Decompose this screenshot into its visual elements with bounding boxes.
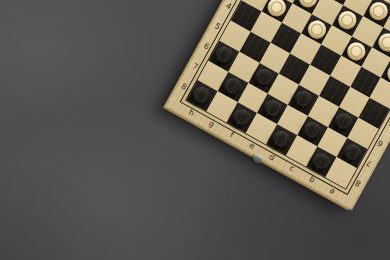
checkerboard: hgfedcba hgfedcba 12345678 12345678 ⛀⛀⛀⛀… (166, 0, 390, 209)
table-surface: hgfedcba hgfedcba 12345678 12345678 ⛀⛀⛀⛀… (0, 0, 390, 260)
